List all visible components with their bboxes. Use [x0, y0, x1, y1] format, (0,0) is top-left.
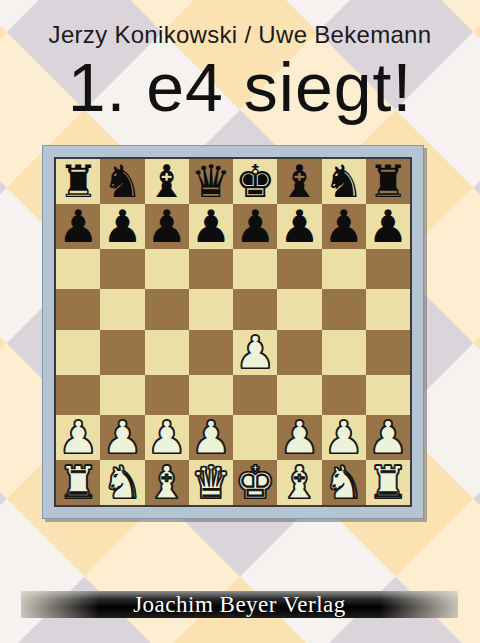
square-a5 — [56, 289, 100, 329]
piece-white-pawn: ♟ — [368, 415, 408, 460]
square-c6 — [145, 249, 189, 289]
square-a4 — [56, 330, 100, 375]
square-g8: ♞ — [322, 159, 366, 204]
square-b3 — [100, 375, 144, 415]
square-f1: ♝ — [277, 460, 321, 505]
piece-white-bishop: ♝ — [146, 460, 186, 505]
square-e3 — [233, 375, 277, 415]
square-f7: ♟ — [277, 204, 321, 249]
square-b4 — [100, 330, 144, 375]
piece-black-rook: ♜ — [58, 159, 98, 204]
piece-black-bishop: ♝ — [146, 159, 186, 204]
piece-black-pawn: ♟ — [235, 204, 275, 249]
piece-black-pawn: ♟ — [323, 204, 363, 249]
publisher-name: Joachim Beyer Verlag — [133, 592, 346, 618]
piece-black-pawn: ♟ — [279, 204, 319, 249]
square-g7: ♟ — [322, 204, 366, 249]
square-c1: ♝ — [145, 460, 189, 505]
piece-white-rook: ♜ — [58, 460, 98, 505]
square-e6 — [233, 249, 277, 289]
square-b1: ♞ — [100, 460, 144, 505]
square-h4 — [366, 330, 410, 375]
square-c8: ♝ — [145, 159, 189, 204]
square-h7: ♟ — [366, 204, 410, 249]
square-b8: ♞ — [100, 159, 144, 204]
square-f6 — [277, 249, 321, 289]
square-f2: ♟ — [277, 415, 321, 460]
square-a2: ♟ — [56, 415, 100, 460]
square-c5 — [145, 289, 189, 329]
square-e2 — [233, 415, 277, 460]
square-a1: ♜ — [56, 460, 100, 505]
square-d4 — [189, 330, 233, 375]
book-title: 1. e4 siegt! — [0, 48, 480, 126]
piece-white-pawn: ♟ — [279, 415, 319, 460]
square-e1: ♚ — [233, 460, 277, 505]
square-a6 — [56, 249, 100, 289]
piece-black-pawn: ♟ — [102, 204, 142, 249]
square-a7: ♟ — [56, 204, 100, 249]
piece-black-knight: ♞ — [323, 159, 363, 204]
square-f5 — [277, 289, 321, 329]
piece-white-knight: ♞ — [102, 460, 142, 505]
square-g1: ♞ — [322, 460, 366, 505]
square-g6 — [322, 249, 366, 289]
square-h3 — [366, 375, 410, 415]
square-d1: ♛ — [189, 460, 233, 505]
square-g3 — [322, 375, 366, 415]
chess-board-frame: ♜♞♝♛♚♝♞♜♟♟♟♟♟♟♟♟♟♟♟♟♟♟♟♟♜♞♝♛♚♝♞♜ — [42, 145, 424, 519]
authors-line: Jerzy Konikowski / Uwe Bekemann — [0, 21, 480, 49]
piece-white-rook: ♜ — [368, 460, 408, 505]
square-b2: ♟ — [100, 415, 144, 460]
square-g2: ♟ — [322, 415, 366, 460]
square-h1: ♜ — [366, 460, 410, 505]
piece-black-bishop: ♝ — [279, 159, 319, 204]
piece-white-pawn: ♟ — [58, 415, 98, 460]
square-c4 — [145, 330, 189, 375]
piece-black-pawn: ♟ — [191, 204, 231, 249]
square-a8: ♜ — [56, 159, 100, 204]
piece-black-knight: ♞ — [102, 159, 142, 204]
piece-black-pawn: ♟ — [146, 204, 186, 249]
square-b5 — [100, 289, 144, 329]
square-d8: ♛ — [189, 159, 233, 204]
book-cover: Jerzy Konikowski / Uwe Bekemann 1. e4 si… — [0, 0, 480, 643]
piece-white-pawn: ♟ — [102, 415, 142, 460]
square-c2: ♟ — [145, 415, 189, 460]
square-e5 — [233, 289, 277, 329]
square-h5 — [366, 289, 410, 329]
piece-black-rook: ♜ — [368, 159, 408, 204]
square-d2: ♟ — [189, 415, 233, 460]
piece-white-bishop: ♝ — [279, 460, 319, 505]
square-e7: ♟ — [233, 204, 277, 249]
piece-white-pawn: ♟ — [191, 415, 231, 460]
square-g5 — [322, 289, 366, 329]
square-f3 — [277, 375, 321, 415]
piece-black-pawn: ♟ — [58, 204, 98, 249]
square-d3 — [189, 375, 233, 415]
square-c3 — [145, 375, 189, 415]
square-d7: ♟ — [189, 204, 233, 249]
piece-white-pawn: ♟ — [323, 415, 363, 460]
square-b7: ♟ — [100, 204, 144, 249]
chess-board: ♜♞♝♛♚♝♞♜♟♟♟♟♟♟♟♟♟♟♟♟♟♟♟♟♜♞♝♛♚♝♞♜ — [54, 157, 412, 507]
square-e4: ♟ — [233, 330, 277, 375]
square-e8: ♚ — [233, 159, 277, 204]
piece-black-king: ♚ — [235, 159, 275, 204]
piece-white-queen: ♛ — [191, 460, 231, 505]
piece-black-pawn: ♟ — [368, 204, 408, 249]
publisher-bar: Joachim Beyer Verlag — [21, 591, 458, 618]
square-c7: ♟ — [145, 204, 189, 249]
square-g4 — [322, 330, 366, 375]
piece-white-pawn: ♟ — [146, 415, 186, 460]
square-d6 — [189, 249, 233, 289]
square-d5 — [189, 289, 233, 329]
square-h6 — [366, 249, 410, 289]
square-f4 — [277, 330, 321, 375]
square-b6 — [100, 249, 144, 289]
square-h2: ♟ — [366, 415, 410, 460]
piece-black-queen: ♛ — [191, 159, 231, 204]
piece-white-king: ♚ — [235, 460, 275, 505]
square-f8: ♝ — [277, 159, 321, 204]
square-h8: ♜ — [366, 159, 410, 204]
piece-white-pawn: ♟ — [235, 330, 275, 375]
piece-white-knight: ♞ — [323, 460, 363, 505]
square-a3 — [56, 375, 100, 415]
